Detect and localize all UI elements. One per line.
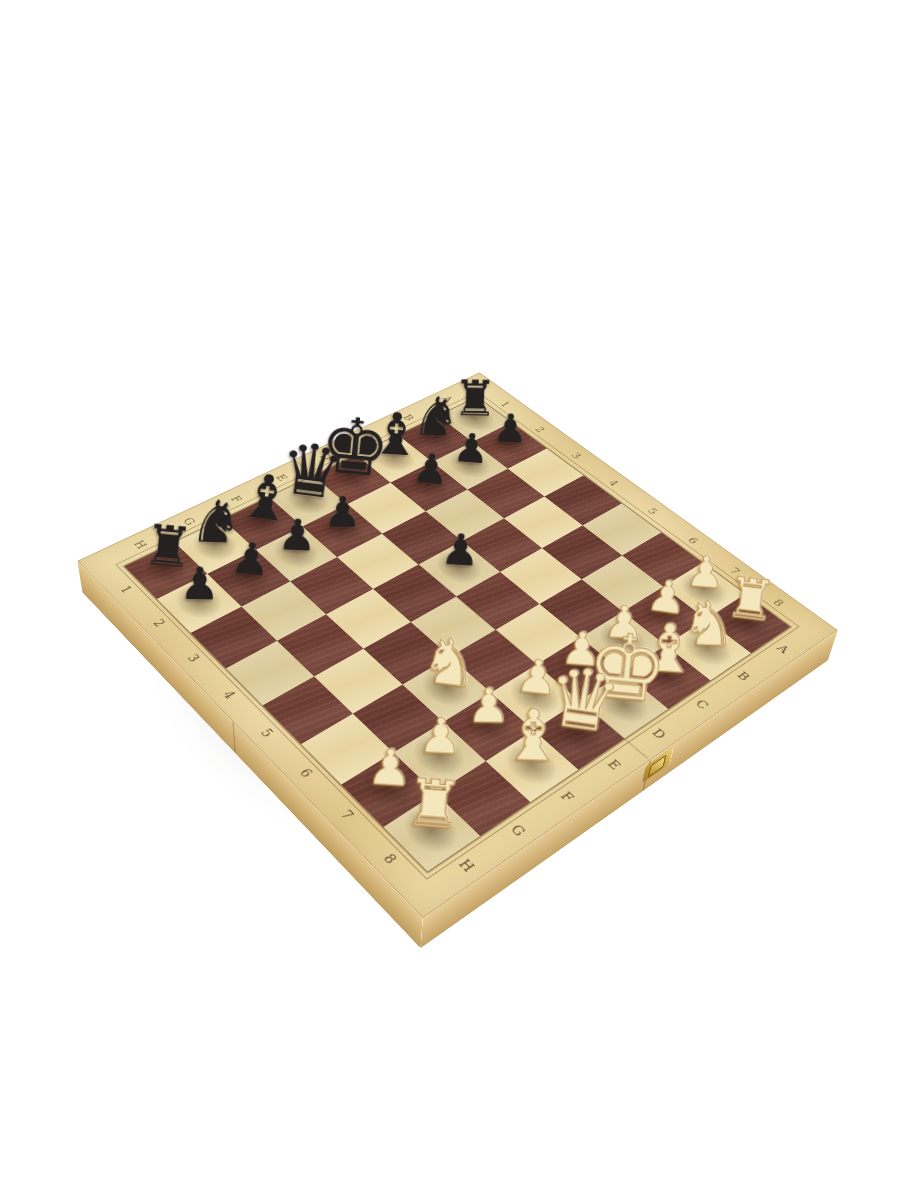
perspective-scene: 12345678 12345678 ABCDEFGH ABCDEFGH ♜♞♟♝… (0, 0, 900, 1200)
white-pawn-g7: ♟ (418, 710, 464, 761)
fold-seam-edge (232, 721, 235, 753)
chess-board: 12345678 12345678 ABCDEFGH ABCDEFGH ♜♞♟♝… (77, 372, 837, 918)
white-bishop-f8: ♝ (500, 698, 566, 771)
black-pawn-h2: ♟ (179, 561, 220, 606)
photo-scene: 12345678 12345678 ABCDEFGH ABCDEFGH ♜♞♟♝… (0, 0, 900, 1200)
white-rook-h8: ♜ (402, 769, 465, 838)
